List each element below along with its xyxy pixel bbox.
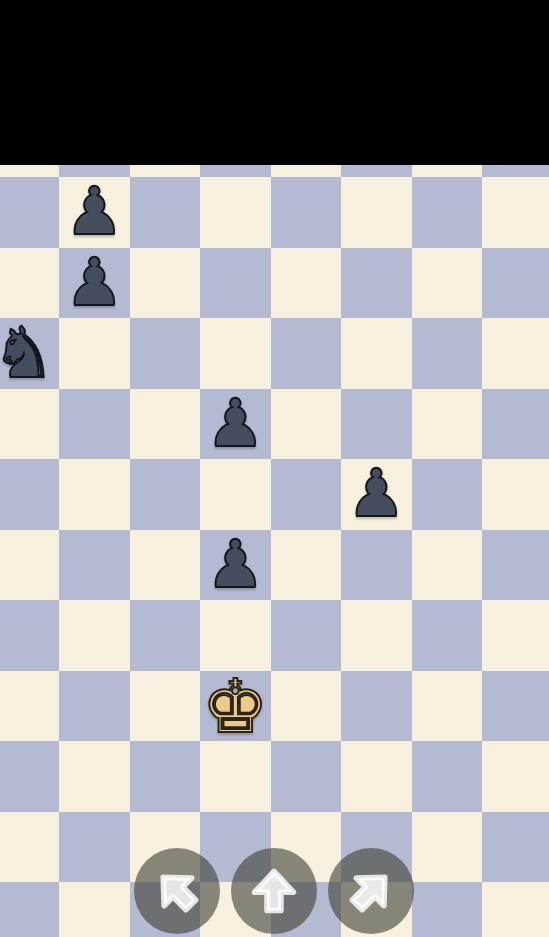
board-square [412,318,483,389]
board-square [412,812,483,883]
board-square [271,248,342,319]
move-up-right-button[interactable] [328,848,414,934]
board-square [130,530,201,601]
board-square [271,600,342,671]
black-pawn-piece: ♟ [59,248,130,319]
black-knight-piece: ♞ [0,318,59,389]
board-square [271,671,342,742]
arrow-up-icon [248,865,300,917]
board-square [59,812,130,883]
board-square [200,741,271,812]
board-square [0,177,59,248]
black-pawn-piece: ♟ [341,459,412,530]
board-square [412,177,483,248]
board-square [130,248,201,319]
board-square [200,318,271,389]
board-square [482,389,549,460]
arrow-up-right-icon [334,854,408,928]
black-pawn-piece: ♟ [200,530,271,601]
game-screen: ♟♟♞♟♟♟♚ [0,0,549,937]
board-square [59,530,130,601]
white-king-piece: ♚ [200,671,271,742]
move-up-button[interactable] [231,848,317,934]
board-square [0,530,59,601]
board-square [59,600,130,671]
board-square [412,248,483,319]
move-up-left-button[interactable] [134,848,220,934]
board-square [200,177,271,248]
board-square [200,600,271,671]
board-square [412,741,483,812]
board-square [482,671,549,742]
board-square [412,459,483,530]
board-square [200,459,271,530]
board-square [130,741,201,812]
board-square [482,741,549,812]
board-square [412,882,483,937]
board-square [482,530,549,601]
board-square [130,671,201,742]
board-square [130,600,201,671]
board-square [482,177,549,248]
board-square [0,741,59,812]
board-square [482,248,549,319]
black-pawn-piece: ♟ [200,389,271,460]
board-square [482,459,549,530]
board-square [482,318,549,389]
board-square [412,600,483,671]
board-square [271,177,342,248]
board-square [59,389,130,460]
board-square [0,812,59,883]
board-square [59,459,130,530]
board-square [412,671,483,742]
board-square [59,318,130,389]
board-square [0,671,59,742]
board-square [341,671,412,742]
board-square [130,318,201,389]
board-square [0,882,59,937]
board-square [341,600,412,671]
arrow-up-left-icon [140,854,214,928]
board-square [0,248,59,319]
board-square [130,389,201,460]
top-black-bar [0,0,549,165]
black-pawn-piece: ♟ [59,177,130,248]
board-square [341,530,412,601]
board-square [341,318,412,389]
board-square [412,530,483,601]
board-square [130,177,201,248]
board-square [341,741,412,812]
board-square [200,248,271,319]
board-square [0,389,59,460]
board-square [0,600,59,671]
board-square [59,671,130,742]
board-square [482,812,549,883]
board-square [59,882,130,937]
board-square [0,459,59,530]
board-square [341,389,412,460]
board-square [412,389,483,460]
board-square [482,882,549,937]
board-square [271,318,342,389]
board-square [130,459,201,530]
board-square [271,389,342,460]
board-square [59,741,130,812]
board-square [271,741,342,812]
board-square [482,600,549,671]
board-square [271,530,342,601]
board-square [341,248,412,319]
board-square [341,177,412,248]
board-square [271,459,342,530]
